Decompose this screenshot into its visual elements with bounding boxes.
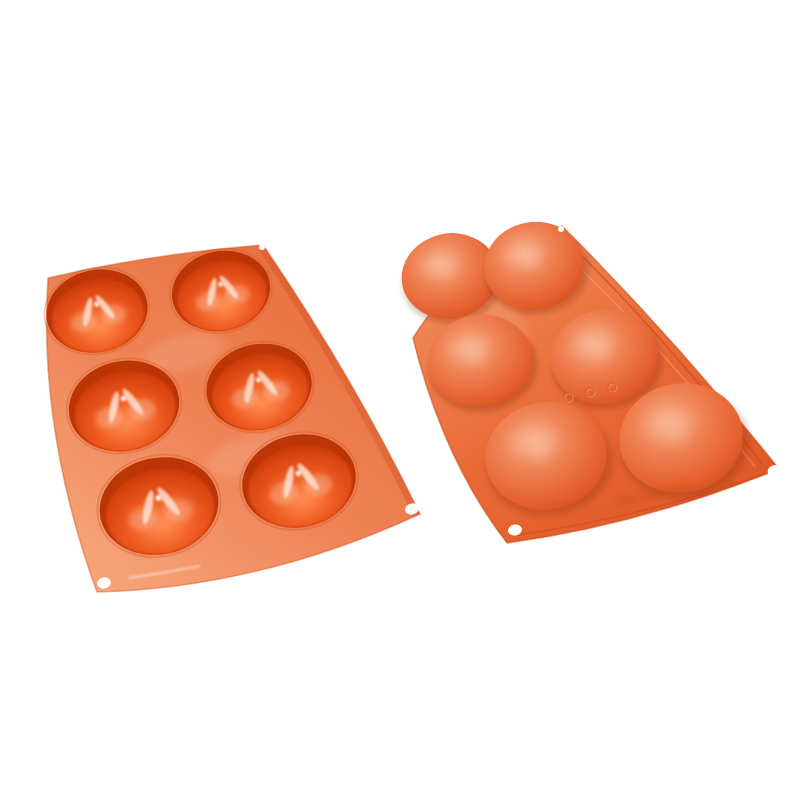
mould-cavity-side	[36, 239, 420, 592]
product-photo	[0, 0, 800, 800]
mould-dome-side	[395, 213, 784, 543]
corner-notch	[259, 244, 265, 250]
photo-background: { "scene": { "description": "Product pho…	[0, 0, 800, 800]
corner-notch	[558, 226, 564, 232]
moulds-illustration	[0, 0, 800, 800]
